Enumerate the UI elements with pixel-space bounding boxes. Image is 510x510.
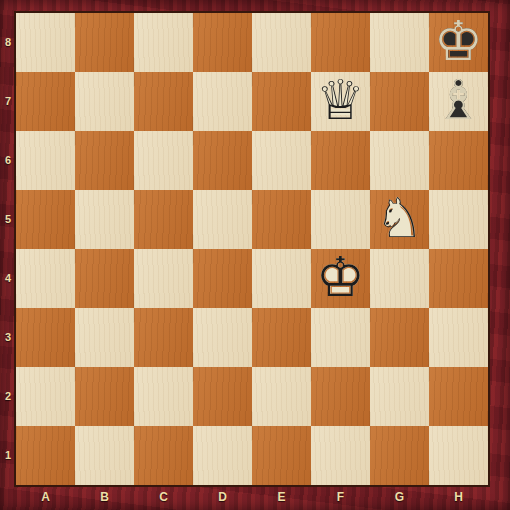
square-g2[interactable] — [370, 367, 429, 426]
square-a6[interactable] — [16, 131, 75, 190]
rank-label-1: 1 — [0, 426, 16, 485]
piece-black-bishop-h7[interactable]: ♝♗ — [429, 72, 488, 131]
square-d6[interactable] — [193, 131, 252, 190]
square-e3[interactable] — [252, 308, 311, 367]
square-h1[interactable] — [429, 426, 488, 485]
rank-label-8: 8 — [0, 13, 16, 72]
rank-label-7: 7 — [0, 72, 16, 131]
square-c6[interactable] — [134, 131, 193, 190]
square-b7[interactable] — [75, 72, 134, 131]
piece-white-queen-f7[interactable]: ♛♕ — [311, 72, 370, 131]
square-f8[interactable] — [311, 13, 370, 72]
square-c4[interactable] — [134, 249, 193, 308]
square-e4[interactable] — [252, 249, 311, 308]
square-g7[interactable] — [370, 72, 429, 131]
square-e2[interactable] — [252, 367, 311, 426]
piece-black-king-h8[interactable]: ♚♔ — [429, 13, 488, 72]
square-d4[interactable] — [193, 249, 252, 308]
square-d8[interactable] — [193, 13, 252, 72]
square-b3[interactable] — [75, 308, 134, 367]
square-f6[interactable] — [311, 131, 370, 190]
rank-label-5: 5 — [0, 190, 16, 249]
square-h7[interactable]: ♝♗ — [429, 72, 488, 131]
square-a1[interactable] — [16, 426, 75, 485]
square-e8[interactable] — [252, 13, 311, 72]
square-b4[interactable] — [75, 249, 134, 308]
square-a8[interactable] — [16, 13, 75, 72]
square-h4[interactable] — [429, 249, 488, 308]
file-label-e: E — [252, 485, 311, 510]
square-h5[interactable] — [429, 190, 488, 249]
square-f1[interactable] — [311, 426, 370, 485]
file-label-f: F — [311, 485, 370, 510]
square-b2[interactable] — [75, 367, 134, 426]
file-label-g: G — [370, 485, 429, 510]
square-d5[interactable] — [193, 190, 252, 249]
square-c5[interactable] — [134, 190, 193, 249]
square-e5[interactable] — [252, 190, 311, 249]
square-f2[interactable] — [311, 367, 370, 426]
square-f4[interactable]: ♚♔ — [311, 249, 370, 308]
square-a5[interactable] — [16, 190, 75, 249]
file-label-d: D — [193, 485, 252, 510]
square-a7[interactable] — [16, 72, 75, 131]
square-h3[interactable] — [429, 308, 488, 367]
square-e1[interactable] — [252, 426, 311, 485]
square-h6[interactable] — [429, 131, 488, 190]
square-g8[interactable] — [370, 13, 429, 72]
rank-label-6: 6 — [0, 131, 16, 190]
square-c1[interactable] — [134, 426, 193, 485]
square-f7[interactable]: ♛♕ — [311, 72, 370, 131]
square-a3[interactable] — [16, 308, 75, 367]
square-f3[interactable] — [311, 308, 370, 367]
chess-board-frame: ♚♔♛♕♝♗♞♘♚♔ 12345678 ABCDEFGH — [0, 0, 510, 510]
square-b5[interactable] — [75, 190, 134, 249]
file-label-h: H — [429, 485, 488, 510]
square-h2[interactable] — [429, 367, 488, 426]
square-c3[interactable] — [134, 308, 193, 367]
square-e6[interactable] — [252, 131, 311, 190]
piece-white-knight-g5[interactable]: ♞♘ — [370, 190, 429, 249]
square-b8[interactable] — [75, 13, 134, 72]
square-d1[interactable] — [193, 426, 252, 485]
piece-white-king-f4[interactable]: ♚♔ — [311, 249, 370, 308]
square-d2[interactable] — [193, 367, 252, 426]
square-c2[interactable] — [134, 367, 193, 426]
square-d7[interactable] — [193, 72, 252, 131]
square-h8[interactable]: ♚♔ — [429, 13, 488, 72]
square-g6[interactable] — [370, 131, 429, 190]
square-b1[interactable] — [75, 426, 134, 485]
square-g1[interactable] — [370, 426, 429, 485]
square-g5[interactable]: ♞♘ — [370, 190, 429, 249]
chess-board: ♚♔♛♕♝♗♞♘♚♔ — [16, 13, 488, 485]
square-a4[interactable] — [16, 249, 75, 308]
rank-label-4: 4 — [0, 249, 16, 308]
rank-label-2: 2 — [0, 367, 16, 426]
square-f5[interactable] — [311, 190, 370, 249]
square-g3[interactable] — [370, 308, 429, 367]
file-label-b: B — [75, 485, 134, 510]
square-a2[interactable] — [16, 367, 75, 426]
square-d3[interactable] — [193, 308, 252, 367]
file-label-c: C — [134, 485, 193, 510]
square-g4[interactable] — [370, 249, 429, 308]
square-c8[interactable] — [134, 13, 193, 72]
file-label-a: A — [16, 485, 75, 510]
square-c7[interactable] — [134, 72, 193, 131]
rank-label-3: 3 — [0, 308, 16, 367]
square-e7[interactable] — [252, 72, 311, 131]
square-b6[interactable] — [75, 131, 134, 190]
